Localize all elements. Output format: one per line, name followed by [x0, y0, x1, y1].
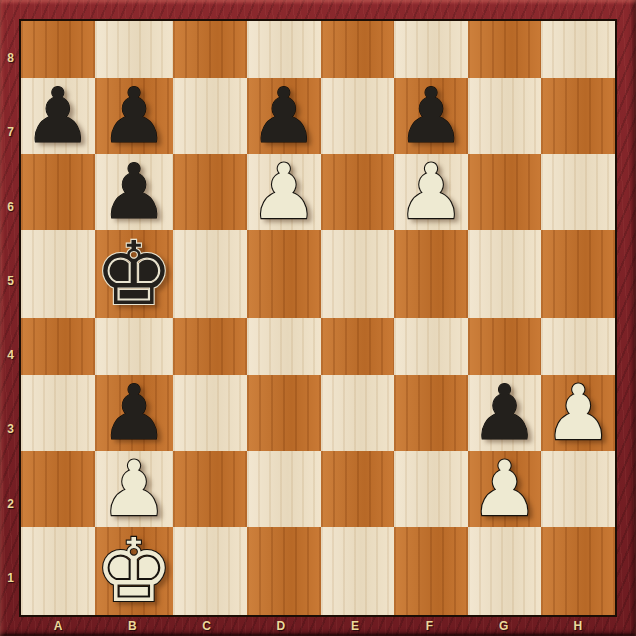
square-b7[interactable]: ♟	[95, 78, 174, 154]
square-d3[interactable]	[247, 375, 321, 451]
square-c8[interactable]	[173, 21, 247, 78]
square-f1[interactable]	[394, 527, 468, 615]
square-d1[interactable]	[247, 527, 321, 615]
square-b2[interactable]: ♟	[95, 451, 174, 527]
piece-black-pawn[interactable]: ♟	[250, 78, 318, 154]
square-e7[interactable]	[321, 78, 395, 154]
square-b6[interactable]: ♟	[95, 154, 174, 230]
square-h5[interactable]	[541, 230, 615, 318]
square-c2[interactable]	[173, 451, 247, 527]
piece-white-pawn[interactable]: ♟	[544, 375, 612, 451]
square-f8[interactable]	[394, 21, 468, 78]
square-b1[interactable]: ♚	[95, 527, 174, 615]
square-c1[interactable]	[173, 527, 247, 615]
piece-white-king[interactable]: ♚	[95, 527, 174, 615]
piece-black-pawn[interactable]: ♟	[397, 78, 465, 154]
square-e3[interactable]	[321, 375, 395, 451]
square-d5[interactable]	[247, 230, 321, 318]
square-b8[interactable]	[95, 21, 174, 78]
square-a8[interactable]	[21, 21, 95, 78]
square-a7[interactable]: ♟	[21, 78, 95, 154]
square-d6[interactable]: ♟	[247, 154, 321, 230]
square-a3[interactable]	[21, 375, 95, 451]
piece-black-pawn[interactable]: ♟	[100, 375, 168, 451]
square-b4[interactable]	[95, 318, 174, 375]
piece-black-pawn[interactable]: ♟	[100, 154, 168, 230]
square-e5[interactable]	[321, 230, 395, 318]
square-a4[interactable]	[21, 318, 95, 375]
square-a5[interactable]	[21, 230, 95, 318]
piece-black-king[interactable]: ♚	[95, 230, 174, 318]
square-d8[interactable]	[247, 21, 321, 78]
piece-white-pawn[interactable]: ♟	[100, 451, 168, 527]
square-h1[interactable]	[541, 527, 615, 615]
square-e1[interactable]	[321, 527, 395, 615]
file-label-h: H	[541, 615, 615, 636]
square-g6[interactable]	[468, 154, 542, 230]
rank-labels: 87654321	[0, 21, 21, 615]
square-g8[interactable]	[468, 21, 542, 78]
square-c6[interactable]	[173, 154, 247, 230]
chess-diagram: 87654321 ♟♟♟♟♟♟♟♚♟♟♟♟♟♚ ABCDEFGH	[0, 0, 636, 636]
file-label-g: G	[467, 615, 541, 636]
piece-black-pawn[interactable]: ♟	[100, 78, 168, 154]
square-c4[interactable]	[173, 318, 247, 375]
rank-label-6: 6	[0, 170, 21, 244]
chess-board: ♟♟♟♟♟♟♟♚♟♟♟♟♟♚	[21, 21, 615, 615]
file-labels: ABCDEFGH	[21, 615, 615, 636]
rank-label-7: 7	[0, 95, 21, 169]
square-a2[interactable]	[21, 451, 95, 527]
rank-label-2: 2	[0, 467, 21, 541]
square-b3[interactable]: ♟	[95, 375, 174, 451]
rank-label-5: 5	[0, 244, 21, 318]
square-c3[interactable]	[173, 375, 247, 451]
rank-label-3: 3	[0, 392, 21, 466]
square-h2[interactable]	[541, 451, 615, 527]
square-f6[interactable]: ♟	[394, 154, 468, 230]
square-e8[interactable]	[321, 21, 395, 78]
square-f7[interactable]: ♟	[394, 78, 468, 154]
piece-white-pawn[interactable]: ♟	[250, 154, 318, 230]
square-g1[interactable]	[468, 527, 542, 615]
square-g7[interactable]	[468, 78, 542, 154]
square-h4[interactable]	[541, 318, 615, 375]
file-label-c: C	[170, 615, 244, 636]
piece-white-pawn[interactable]: ♟	[397, 154, 465, 230]
file-label-d: D	[244, 615, 318, 636]
square-c5[interactable]	[173, 230, 247, 318]
square-e4[interactable]	[321, 318, 395, 375]
square-h7[interactable]	[541, 78, 615, 154]
rank-label-1: 1	[0, 541, 21, 615]
square-h3[interactable]: ♟	[541, 375, 615, 451]
square-f2[interactable]	[394, 451, 468, 527]
square-e6[interactable]	[321, 154, 395, 230]
square-h6[interactable]	[541, 154, 615, 230]
square-a1[interactable]	[21, 527, 95, 615]
piece-black-pawn[interactable]: ♟	[471, 375, 539, 451]
square-f5[interactable]	[394, 230, 468, 318]
piece-black-pawn[interactable]: ♟	[24, 78, 92, 154]
piece-white-pawn[interactable]: ♟	[471, 451, 539, 527]
file-label-b: B	[95, 615, 169, 636]
square-d2[interactable]	[247, 451, 321, 527]
square-f3[interactable]	[394, 375, 468, 451]
square-c7[interactable]	[173, 78, 247, 154]
square-e2[interactable]	[321, 451, 395, 527]
rank-label-8: 8	[0, 21, 21, 95]
square-b5[interactable]: ♚	[95, 230, 174, 318]
square-d4[interactable]	[247, 318, 321, 375]
square-h8[interactable]	[541, 21, 615, 78]
file-label-f: F	[392, 615, 466, 636]
square-g2[interactable]: ♟	[468, 451, 542, 527]
file-label-e: E	[318, 615, 392, 636]
square-g4[interactable]	[468, 318, 542, 375]
file-label-a: A	[21, 615, 95, 636]
square-d7[interactable]: ♟	[247, 78, 321, 154]
square-f4[interactable]	[394, 318, 468, 375]
square-g3[interactable]: ♟	[468, 375, 542, 451]
square-a6[interactable]	[21, 154, 95, 230]
square-g5[interactable]	[468, 230, 542, 318]
rank-label-4: 4	[0, 318, 21, 392]
